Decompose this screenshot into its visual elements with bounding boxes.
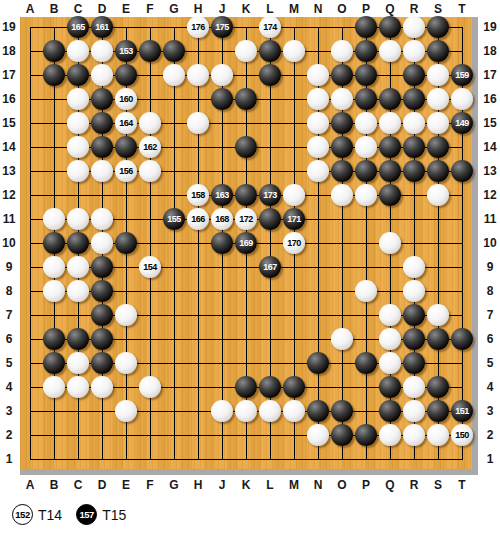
axis-label-A: A [20,2,40,16]
stone-S12 [427,184,449,206]
stone-H19: 176 [187,16,209,38]
stone-F14: 162 [139,136,161,158]
stone-B10 [43,232,65,254]
stone-E18: 153 [115,40,137,62]
stone-D5 [91,352,113,374]
stone-M10: 170 [283,232,305,254]
stone-R5 [403,352,425,374]
stone-Q14 [379,136,401,158]
axis-label-10: 10 [481,236,499,250]
stone-T6 [451,328,473,350]
stone-S14 [427,136,449,158]
axis-label-P: P [356,2,376,16]
stone-S7 [427,304,449,326]
stone-N15 [307,112,329,134]
stone-C6 [67,328,89,350]
axis-label-O: O [332,2,352,16]
stone-E7 [115,304,137,326]
grid-line-horizontal [30,459,463,460]
stone-N17 [307,64,329,86]
stone-S17 [427,64,449,86]
stone-D9 [91,256,113,278]
stone-S13 [427,160,449,182]
stone-N14 [307,136,329,158]
stone-B9 [43,256,65,278]
axis-label-J: J [212,2,232,16]
stone-Q5 [379,352,401,374]
footer-white-move-point: T14 [38,507,62,523]
stone-O2 [331,424,353,446]
stone-J19: 175 [211,16,233,38]
stone-B18 [43,40,65,62]
axis-label-16: 16 [0,92,18,106]
stone-Q6 [379,328,401,350]
axis-label-M: M [284,2,304,16]
stone-D4 [91,376,113,398]
stone-P14 [355,136,377,158]
stone-O3 [331,400,353,422]
axis-label-Q: Q [380,2,400,16]
stone-S16 [427,88,449,110]
stone-F18 [139,40,161,62]
stone-T13 [451,160,473,182]
stone-R6 [403,328,425,350]
axis-label-15: 15 [481,116,499,130]
stone-C17 [67,64,89,86]
axis-label-S: S [428,2,448,16]
axis-label-14: 14 [481,140,499,154]
axis-label-8: 8 [0,284,18,298]
stone-P19 [355,16,377,38]
stone-C11 [67,208,89,230]
stone-L12: 173 [259,184,281,206]
footer-white-stone-icon: 152 [12,504,33,525]
axis-label-2: 2 [481,428,499,442]
stone-J10 [211,232,233,254]
stone-B11 [43,208,65,230]
axis-label-E: E [116,478,136,492]
stone-D13 [91,160,113,182]
stone-D6 [91,328,113,350]
stone-C9 [67,256,89,278]
axis-label-11: 11 [0,212,18,226]
stone-S4 [427,376,449,398]
axis-label-K: K [236,2,256,16]
stone-O6 [331,328,353,350]
stone-L17 [259,64,281,86]
stone-P12 [355,184,377,206]
axis-label-19: 19 [481,20,499,34]
axis-label-10: 10 [0,236,18,250]
stone-R19 [403,16,425,38]
stone-F4 [139,376,161,398]
axis-label-4: 4 [481,380,499,394]
axis-label-M: M [284,478,304,492]
axis-label-5: 5 [481,356,499,370]
stone-C16 [67,88,89,110]
stone-S3 [427,400,449,422]
stone-B8 [43,280,65,302]
axis-label-15: 15 [0,116,18,130]
stone-B4 [43,376,65,398]
stone-R2 [403,424,425,446]
stone-P16 [355,88,377,110]
stone-E5 [115,352,137,374]
stone-T2: 150 [451,424,473,446]
stone-K12 [235,184,257,206]
stone-D11 [91,208,113,230]
axis-label-9: 9 [0,260,18,274]
stone-R8 [403,280,425,302]
axis-label-H: H [188,478,208,492]
stone-R17 [403,64,425,86]
stone-E3 [115,400,137,422]
axis-label-H: H [188,2,208,16]
stone-R18 [403,40,425,62]
axis-label-T: T [452,2,472,16]
stone-F15 [139,112,161,134]
stone-C18 [67,40,89,62]
axis-label-J: J [212,478,232,492]
axis-label-6: 6 [481,332,499,346]
stone-Q10 [379,232,401,254]
axis-label-13: 13 [481,164,499,178]
axis-label-C: C [68,2,88,16]
stone-P15 [355,112,377,134]
stone-Q19 [379,16,401,38]
stone-G17 [163,64,185,86]
stone-L4 [259,376,281,398]
axis-label-R: R [404,478,424,492]
stone-Q7 [379,304,401,326]
stone-Q13 [379,160,401,182]
stone-S2 [427,424,449,446]
stone-D15 [91,112,113,134]
stone-C14 [67,136,89,158]
stone-S6 [427,328,449,350]
stone-M11: 171 [283,208,305,230]
axis-label-G: G [164,478,184,492]
axis-label-12: 12 [0,188,18,202]
stone-E14 [115,136,137,158]
stone-E15: 164 [115,112,137,134]
stone-F9: 154 [139,256,161,278]
axis-label-F: F [140,478,160,492]
stone-E13: 156 [115,160,137,182]
stone-R16 [403,88,425,110]
stone-O12 [331,184,353,206]
stone-L9: 167 [259,256,281,278]
stone-D16 [91,88,113,110]
stone-Q4 [379,376,401,398]
stone-R4 [403,376,425,398]
axis-label-18: 18 [0,44,18,58]
axis-label-O: O [332,478,352,492]
stone-H11: 166 [187,208,209,230]
axis-label-F: F [140,2,160,16]
stone-H12: 158 [187,184,209,206]
axis-label-6: 6 [0,332,18,346]
axis-label-L: L [260,2,280,16]
stone-T3: 151 [451,400,473,422]
stone-S18 [427,40,449,62]
stone-N3 [307,400,329,422]
stone-C4 [67,376,89,398]
go-board[interactable]: 1651611761751741531591601641491621561581… [20,17,478,475]
stone-C15 [67,112,89,134]
stone-M12 [283,184,305,206]
stone-C5 [67,352,89,374]
axis-label-B: B [44,478,64,492]
axis-label-8: 8 [481,284,499,298]
axis-label-11: 11 [481,212,499,226]
axis-label-19: 19 [0,20,18,34]
axis-label-S: S [428,478,448,492]
axis-label-E: E [116,2,136,16]
stone-F13 [139,160,161,182]
axis-label-L: L [260,478,280,492]
axis-label-12: 12 [481,188,499,202]
stone-Q3 [379,400,401,422]
stone-B5 [43,352,65,374]
stone-O16 [331,88,353,110]
stone-M18 [283,40,305,62]
stone-D14 [91,136,113,158]
stone-C19: 165 [67,16,89,38]
stone-N2 [307,424,329,446]
stone-L18 [259,40,281,62]
stone-G11: 155 [163,208,185,230]
axis-label-Q: Q [380,478,400,492]
stone-T17: 159 [451,64,473,86]
stone-R13 [403,160,425,182]
stone-K16 [235,88,257,110]
stone-O17 [331,64,353,86]
axis-label-14: 14 [0,140,18,154]
stone-D19: 161 [91,16,113,38]
stone-R9 [403,256,425,278]
stone-R15 [403,112,425,134]
axis-label-3: 3 [481,404,499,418]
stone-Q2 [379,424,401,446]
stone-J11: 168 [211,208,233,230]
axis-label-R: R [404,2,424,16]
axis-label-1: 1 [481,452,499,466]
stone-P13 [355,160,377,182]
stone-C10 [67,232,89,254]
go-diagram-page: 1651611761751741531591601641491621561581… [0,0,500,537]
stone-K14 [235,136,257,158]
stone-D18 [91,40,113,62]
stone-R7 [403,304,425,326]
stone-R3 [403,400,425,422]
stone-K11: 172 [235,208,257,230]
stone-M3 [283,400,305,422]
axis-label-7: 7 [0,308,18,322]
axis-label-D: D [92,478,112,492]
stone-H15 [187,112,209,134]
axis-label-7: 7 [481,308,499,322]
axis-label-K: K [236,478,256,492]
axis-label-1: 1 [0,452,18,466]
stone-K3 [235,400,257,422]
stone-P17 [355,64,377,86]
stone-G18 [163,40,185,62]
stone-P2 [355,424,377,446]
stone-T16 [451,88,473,110]
stone-K10: 169 [235,232,257,254]
stone-O18 [331,40,353,62]
axis-label-17: 17 [481,68,499,82]
axis-label-4: 4 [0,380,18,394]
footer-black-move-point: T15 [102,507,126,523]
axis-label-C: C [68,478,88,492]
axis-label-18: 18 [481,44,499,58]
stone-H17 [187,64,209,86]
stone-M4 [283,376,305,398]
stone-D17 [91,64,113,86]
stone-Q12 [379,184,401,206]
stone-O14 [331,136,353,158]
stone-D8 [91,280,113,302]
stone-L19: 174 [259,16,281,38]
stone-S19 [427,16,449,38]
stone-D10 [91,232,113,254]
stone-P5 [355,352,377,374]
stone-S15 [427,112,449,134]
stone-O13 [331,160,353,182]
stone-K18 [235,40,257,62]
stone-E10 [115,232,137,254]
axis-label-B: B [44,2,64,16]
stone-K4 [235,376,257,398]
stone-C13 [67,160,89,182]
stone-L11 [259,208,281,230]
axis-label-9: 9 [481,260,499,274]
stone-C8 [67,280,89,302]
axis-label-17: 17 [0,68,18,82]
stone-J17 [211,64,233,86]
stone-R14 [403,136,425,158]
axis-label-5: 5 [0,356,18,370]
stone-N16 [307,88,329,110]
stone-O15 [331,112,353,134]
stone-L3 [259,400,281,422]
stone-P18 [355,40,377,62]
stone-T15: 149 [451,112,473,134]
axis-label-A: A [20,478,40,492]
stone-J12: 163 [211,184,233,206]
axis-label-13: 13 [0,164,18,178]
stone-Q18 [379,40,401,62]
stone-P8 [355,280,377,302]
stone-Q15 [379,112,401,134]
axis-label-2: 2 [0,428,18,442]
axis-label-T: T [452,478,472,492]
stone-N13 [307,160,329,182]
stone-D7 [91,304,113,326]
axis-label-G: G [164,2,184,16]
axis-label-P: P [356,478,376,492]
move-note-footer: 152 T14 157 T15 [12,504,135,525]
stone-B6 [43,328,65,350]
axis-label-N: N [308,478,328,492]
footer-black-stone-icon: 157 [76,504,97,525]
stone-N5 [307,352,329,374]
axis-label-16: 16 [481,92,499,106]
stone-E17 [115,64,137,86]
axis-label-N: N [308,2,328,16]
stone-J16 [211,88,233,110]
stone-Q16 [379,88,401,110]
axis-label-3: 3 [0,404,18,418]
stone-B17 [43,64,65,86]
axis-label-D: D [92,2,112,16]
stone-E16: 160 [115,88,137,110]
stone-J3 [211,400,233,422]
